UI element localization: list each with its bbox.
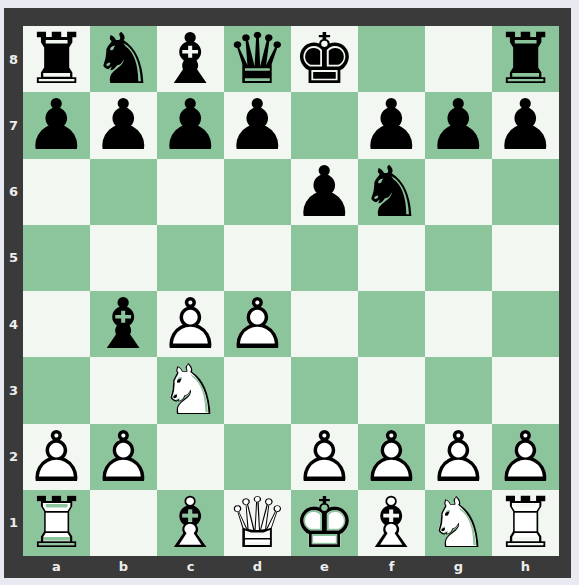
white-pawn-outline: ♙ [92,424,155,490]
square-c8[interactable]: ♝ [157,26,224,92]
piece-white-king[interactable]: ♚♔ [291,490,358,556]
square-g3[interactable] [425,357,492,423]
piece-black-pawn[interactable]: ♟ [90,92,157,158]
file-label-b: b [90,556,157,577]
white-king-outline: ♔ [293,490,356,556]
file-label-e: e [291,556,358,577]
square-d2[interactable] [224,424,291,490]
square-g7[interactable]: ♟ [425,92,492,158]
square-b7[interactable]: ♟ [90,92,157,158]
piece-white-pawn[interactable]: ♟♙ [492,424,559,490]
square-f8[interactable] [358,26,425,92]
square-c4[interactable]: ♟♙ [157,291,224,357]
rank-label-1: 1 [4,490,23,556]
square-e5[interactable] [291,225,358,291]
white-knight-outline: ♘ [159,357,222,423]
square-e4[interactable] [291,291,358,357]
piece-white-queen[interactable]: ♛♕ [224,490,291,556]
piece-white-knight[interactable]: ♞♘ [425,490,492,556]
square-f7[interactable]: ♟ [358,92,425,158]
piece-white-pawn[interactable]: ♟♙ [157,291,224,357]
rank-label-2: 2 [4,424,23,490]
square-a2[interactable]: ♟♙ [23,424,90,490]
square-g4[interactable] [425,291,492,357]
file-label-d: d [224,556,291,577]
square-e3[interactable] [291,357,358,423]
square-h5[interactable] [492,225,559,291]
white-bishop-outline: ♗ [360,490,423,556]
white-rook-outline: ♖ [25,490,88,556]
square-c3[interactable]: ♞♘ [157,357,224,423]
square-f2[interactable]: ♟♙ [358,424,425,490]
square-g1[interactable]: ♞♘ [425,490,492,556]
square-h1[interactable]: ♜♖ [492,490,559,556]
piece-black-pawn[interactable]: ♟ [291,159,358,225]
piece-black-pawn[interactable]: ♟ [224,92,291,158]
white-bishop-outline: ♗ [159,490,222,556]
black-knight-glyph: ♞ [92,26,155,92]
piece-white-pawn[interactable]: ♟♙ [90,424,157,490]
black-pawn-glyph: ♟ [293,159,356,225]
square-e6[interactable]: ♟ [291,159,358,225]
black-king-glyph: ♚ [293,26,356,92]
piece-black-rook[interactable]: ♜ [492,26,559,92]
square-g8[interactable] [425,26,492,92]
square-b8[interactable]: ♞ [90,26,157,92]
square-b5[interactable] [90,225,157,291]
black-pawn-glyph: ♟ [25,92,88,158]
square-e8[interactable]: ♚ [291,26,358,92]
square-a6[interactable] [23,159,90,225]
black-pawn-glyph: ♟ [427,92,490,158]
square-a8[interactable]: ♜ [23,26,90,92]
square-a1[interactable]: ♜♖ [23,490,90,556]
piece-black-bishop[interactable]: ♝ [90,291,157,357]
file-label-a: a [23,556,90,577]
piece-black-bishop[interactable]: ♝ [157,26,224,92]
black-queen-glyph: ♛ [226,26,289,92]
white-rook-outline: ♖ [494,490,557,556]
square-c7[interactable]: ♟ [157,92,224,158]
square-h8[interactable]: ♜ [492,26,559,92]
piece-black-pawn[interactable]: ♟ [358,92,425,158]
piece-white-pawn[interactable]: ♟♙ [291,424,358,490]
square-g6[interactable] [425,159,492,225]
white-pawn-outline: ♙ [427,424,490,490]
piece-white-knight[interactable]: ♞♘ [157,357,224,423]
rank-label-8: 8 [4,26,23,92]
rank-label-7: 7 [4,92,23,158]
square-b3[interactable] [90,357,157,423]
square-e7[interactable] [291,92,358,158]
black-knight-glyph: ♞ [360,159,423,225]
square-e2[interactable]: ♟♙ [291,424,358,490]
file-label-h: h [492,556,559,577]
piece-black-queen[interactable]: ♛ [224,26,291,92]
square-b2[interactable]: ♟♙ [90,424,157,490]
piece-white-pawn[interactable]: ♟♙ [224,291,291,357]
square-g2[interactable]: ♟♙ [425,424,492,490]
piece-black-knight[interactable]: ♞ [358,159,425,225]
file-label-g: g [425,556,492,577]
white-pawn-outline: ♙ [159,291,222,357]
square-h2[interactable]: ♟♙ [492,424,559,490]
square-d7[interactable]: ♟ [224,92,291,158]
rank-label-3: 3 [4,357,23,423]
chess-app-page: 87654321 ♜♞♝♛♚♜♟♟♟♟♟♟♟♟♞♝♟♙♟♙♞♘♟♙♟♙♟♙♟♙♟… [0,0,579,585]
square-g5[interactable] [425,225,492,291]
piece-black-pawn[interactable]: ♟ [157,92,224,158]
black-pawn-glyph: ♟ [92,92,155,158]
square-d8[interactable]: ♛ [224,26,291,92]
square-h6[interactable] [492,159,559,225]
white-pawn-outline: ♙ [293,424,356,490]
piece-black-king[interactable]: ♚ [291,26,358,92]
white-pawn-outline: ♙ [494,424,557,490]
piece-white-rook[interactable]: ♜♖ [23,490,90,556]
piece-white-pawn[interactable]: ♟♙ [23,424,90,490]
square-d6[interactable] [224,159,291,225]
rank-label-6: 6 [4,159,23,225]
square-c1[interactable]: ♝♗ [157,490,224,556]
square-c5[interactable] [157,225,224,291]
square-a5[interactable] [23,225,90,291]
white-pawn-outline: ♙ [226,291,289,357]
black-rook-glyph: ♜ [25,26,88,92]
square-f5[interactable] [358,225,425,291]
square-d3[interactable] [224,357,291,423]
square-e1[interactable]: ♚♔ [291,490,358,556]
black-pawn-glyph: ♟ [226,92,289,158]
square-b6[interactable] [90,159,157,225]
white-knight-outline: ♘ [427,490,490,556]
file-label-c: c [157,556,224,577]
square-h7[interactable]: ♟ [492,92,559,158]
black-rook-glyph: ♜ [494,26,557,92]
rank-label-5: 5 [4,225,23,291]
piece-white-rook[interactable]: ♜♖ [492,490,559,556]
piece-white-pawn[interactable]: ♟♙ [425,424,492,490]
black-pawn-glyph: ♟ [360,92,423,158]
square-a4[interactable] [23,291,90,357]
square-b1[interactable] [90,490,157,556]
piece-black-pawn[interactable]: ♟ [23,92,90,158]
piece-white-bishop[interactable]: ♝♗ [157,490,224,556]
black-bishop-glyph: ♝ [159,26,222,92]
square-c6[interactable] [157,159,224,225]
chess-board: ♜♞♝♛♚♜♟♟♟♟♟♟♟♟♞♝♟♙♟♙♞♘♟♙♟♙♟♙♟♙♟♙♟♙♜♖♝♗♛♕… [23,26,559,556]
piece-black-pawn[interactable]: ♟ [492,92,559,158]
square-f4[interactable] [358,291,425,357]
piece-black-pawn[interactable]: ♟ [425,92,492,158]
white-pawn-outline: ♙ [360,424,423,490]
square-d1[interactable]: ♛♕ [224,490,291,556]
square-h3[interactable] [492,357,559,423]
square-b4[interactable]: ♝ [90,291,157,357]
square-d4[interactable]: ♟♙ [224,291,291,357]
black-bishop-glyph: ♝ [92,291,155,357]
square-h4[interactable] [492,291,559,357]
piece-white-bishop[interactable]: ♝♗ [358,490,425,556]
rank-label-4: 4 [4,291,23,357]
square-d5[interactable] [224,225,291,291]
black-pawn-glyph: ♟ [494,92,557,158]
square-f3[interactable] [358,357,425,423]
black-pawn-glyph: ♟ [159,92,222,158]
square-f6[interactable]: ♞ [358,159,425,225]
square-f1[interactable]: ♝♗ [358,490,425,556]
square-c2[interactable] [157,424,224,490]
white-queen-outline: ♕ [226,490,289,556]
rank-coordinates: 87654321 [4,26,23,556]
square-a3[interactable] [23,357,90,423]
piece-white-pawn[interactable]: ♟♙ [358,424,425,490]
piece-black-knight[interactable]: ♞ [90,26,157,92]
white-pawn-outline: ♙ [25,424,88,490]
square-a7[interactable]: ♟ [23,92,90,158]
file-coordinates: abcdefgh [23,556,559,577]
piece-black-rook[interactable]: ♜ [23,26,90,92]
file-label-f: f [358,556,425,577]
